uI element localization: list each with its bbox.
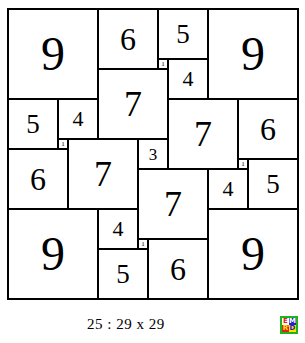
square-9: 9: [208, 9, 298, 99]
square-6: 6: [148, 239, 208, 299]
quilt-diagram: 9659147547617361574949165 25 : 29 x 29 E…: [0, 0, 305, 343]
quilt-board: 9659147547617361574949165: [7, 8, 299, 300]
square-7: 7: [138, 169, 208, 239]
square-6: 6: [98, 9, 158, 69]
square-4: 4: [168, 59, 208, 99]
square-3: 3: [138, 139, 168, 169]
square-1: 1: [158, 59, 168, 69]
logo-letter-m: M: [289, 318, 296, 325]
caption: 25 : 29 x 29: [87, 316, 165, 333]
square-7: 7: [68, 139, 138, 209]
square-6: 6: [238, 99, 298, 159]
square-7: 7: [98, 69, 168, 139]
square-1: 1: [238, 159, 248, 169]
square-9: 9: [8, 9, 98, 99]
square-5: 5: [158, 9, 208, 59]
square-6: 6: [8, 149, 68, 209]
square-9: 9: [208, 209, 298, 299]
square-4: 4: [98, 209, 138, 249]
square-1: 1: [138, 239, 148, 249]
square-5: 5: [98, 249, 148, 299]
square-9: 9: [8, 209, 98, 299]
square-4: 4: [208, 169, 248, 209]
square-5: 5: [248, 159, 298, 209]
emrd-logo: E M R' D: [280, 316, 298, 334]
logo-letter-d: D: [289, 325, 296, 332]
logo-letter-e: E: [282, 318, 289, 325]
square-7: 7: [168, 99, 238, 169]
square-1: 1: [58, 139, 68, 149]
logo-letter-r: R': [282, 325, 289, 332]
square-4: 4: [58, 99, 98, 139]
square-5: 5: [8, 99, 58, 149]
